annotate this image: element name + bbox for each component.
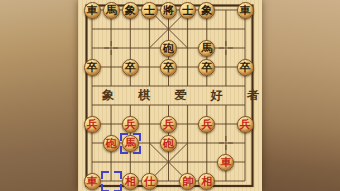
piece-black-advisor[interactable]: 士 — [141, 2, 158, 19]
piece-black-elephant[interactable]: 象 — [122, 2, 139, 19]
piece-red-soldier[interactable]: 兵 — [160, 116, 177, 133]
piece-black-soldier[interactable]: 卒 — [84, 59, 101, 76]
piece-red-chariot[interactable]: 車 — [84, 173, 101, 190]
piece-black-soldier[interactable]: 卒 — [237, 59, 254, 76]
river-text: 象 棋 爱 好 者 — [92, 87, 245, 103]
piece-black-chariot[interactable]: 車 — [237, 2, 254, 19]
piece-black-horse[interactable]: 馬 — [103, 2, 120, 19]
piece-red-cannon[interactable]: 砲 — [103, 135, 120, 152]
piece-red-horse[interactable]: 馬 — [122, 135, 139, 152]
piece-red-advisor[interactable]: 仕 — [141, 173, 158, 190]
piece-black-elephant[interactable]: 象 — [198, 2, 215, 19]
piece-black-soldier[interactable]: 卒 — [122, 59, 139, 76]
piece-black-advisor[interactable]: 士 — [179, 2, 196, 19]
piece-red-cannon[interactable]: 砲 — [160, 135, 177, 152]
piece-red-elephant[interactable]: 相 — [122, 173, 139, 190]
piece-black-chariot[interactable]: 車 — [84, 2, 101, 19]
piece-black-soldier[interactable]: 卒 — [160, 59, 177, 76]
piece-red-general[interactable]: 帥 — [179, 173, 196, 190]
piece-red-elephant[interactable]: 相 — [198, 173, 215, 190]
piece-red-soldier[interactable]: 兵 — [237, 116, 254, 133]
piece-red-soldier[interactable]: 兵 — [122, 116, 139, 133]
piece-black-horse[interactable]: 馬 — [198, 40, 215, 57]
piece-red-soldier[interactable]: 兵 — [198, 116, 215, 133]
piece-red-chariot[interactable]: 車 — [217, 154, 234, 171]
piece-black-cannon[interactable]: 砲 — [160, 40, 177, 57]
xiangqi-app-frame: { "game": "xiangqi", "position": { "fen"… — [0, 0, 340, 191]
piece-black-general[interactable]: 將 — [160, 2, 177, 19]
piece-red-soldier[interactable]: 兵 — [84, 116, 101, 133]
piece-black-soldier[interactable]: 卒 — [198, 59, 215, 76]
